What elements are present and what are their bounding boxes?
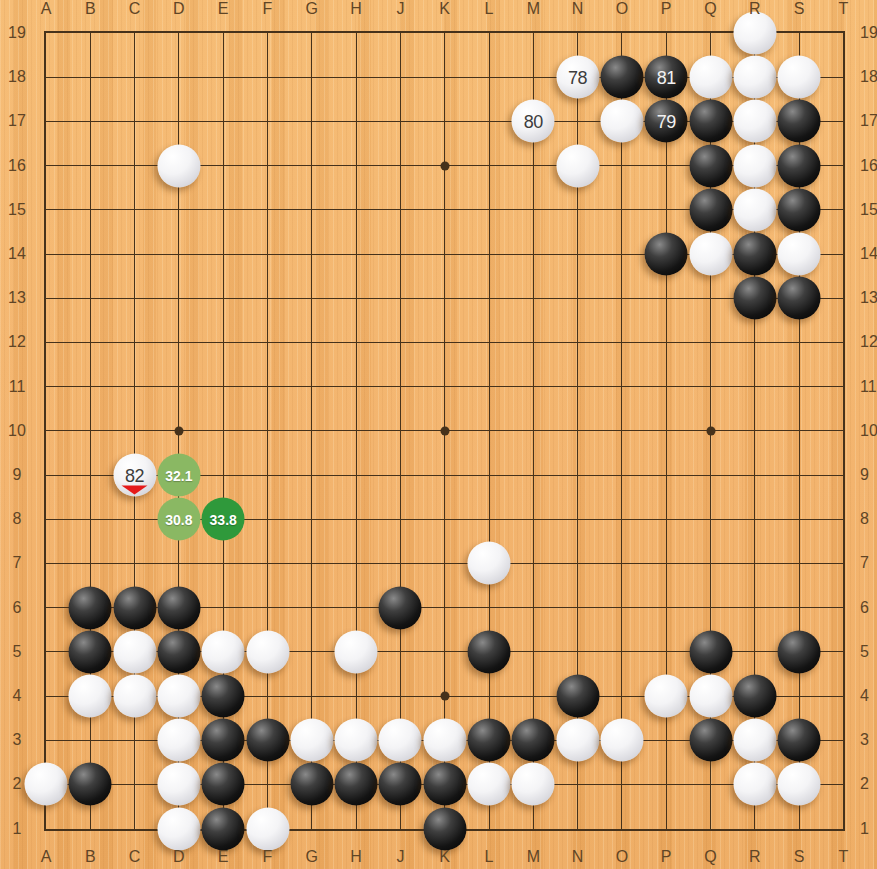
- coord-label-right: 7: [860, 555, 869, 571]
- stone-R4: [733, 675, 776, 718]
- coord-label-right: 12: [860, 334, 877, 350]
- coord-label-top: A: [41, 1, 52, 17]
- stone-K1: [423, 807, 466, 850]
- hint-E8[interactable]: 33.8: [202, 498, 245, 541]
- stone-C6: [113, 586, 156, 629]
- coord-label-top: R: [749, 1, 761, 17]
- stone-H3: [335, 719, 378, 762]
- stone-Q15: [689, 188, 732, 231]
- stone-E1: [202, 807, 245, 850]
- stone-J6: [379, 586, 422, 629]
- coord-label-top: G: [306, 1, 318, 17]
- star-point: [440, 161, 449, 170]
- coord-label-bottom: C: [129, 849, 141, 865]
- coord-label-bottom: A: [41, 849, 52, 865]
- stone-N16: [556, 144, 599, 187]
- stone-N3: [556, 719, 599, 762]
- move-number: 81: [645, 56, 688, 99]
- stone-D1: [157, 807, 200, 850]
- stone-D6: [157, 586, 200, 629]
- stone-B5: [69, 630, 112, 673]
- stone-F5: [246, 630, 289, 673]
- stone-A2: [25, 763, 68, 806]
- stone-K2: [423, 763, 466, 806]
- stone-S17: [778, 100, 821, 143]
- coord-label-bottom: D: [173, 849, 185, 865]
- coord-label-bottom: K: [439, 849, 450, 865]
- coord-label-top: K: [439, 1, 450, 17]
- stone-Q3: [689, 719, 732, 762]
- coord-label-bottom: S: [794, 849, 805, 865]
- coord-label-bottom: J: [396, 849, 404, 865]
- coord-label-bottom: M: [527, 849, 540, 865]
- stone-Q14: [689, 233, 732, 276]
- coord-label-right: 1: [860, 821, 869, 837]
- stone-N4: [556, 675, 599, 718]
- stone-D4: [157, 675, 200, 718]
- coord-label-right: 2: [860, 776, 869, 792]
- go-board[interactable]: 788180798232.130.833.8AABBCCDDEEFFGGHHJJ…: [0, 0, 877, 869]
- hint-D9[interactable]: 32.1: [157, 454, 200, 497]
- stone-C9: 82: [113, 454, 156, 497]
- coord-label-right: 5: [860, 644, 869, 660]
- coord-label-top: P: [661, 1, 672, 17]
- coord-label-bottom: N: [572, 849, 584, 865]
- stone-R18: [733, 56, 776, 99]
- coord-label-right: 15: [860, 202, 877, 218]
- stone-R15: [733, 188, 776, 231]
- stone-D5: [157, 630, 200, 673]
- coord-label-right: 16: [860, 158, 877, 174]
- grid-line-vertical: [533, 33, 534, 829]
- coord-label-left: 12: [8, 334, 26, 350]
- last-move-marker: [122, 486, 148, 495]
- coord-label-left: 17: [8, 113, 26, 129]
- move-number: 80: [512, 100, 555, 143]
- coord-label-left: 14: [8, 246, 26, 262]
- stone-D2: [157, 763, 200, 806]
- stone-E2: [202, 763, 245, 806]
- coord-label-top: B: [85, 1, 96, 17]
- stone-E5: [202, 630, 245, 673]
- stone-R13: [733, 277, 776, 320]
- coord-label-left: 4: [13, 688, 22, 704]
- stone-L2: [468, 763, 511, 806]
- stone-N18: 78: [556, 56, 599, 99]
- coord-label-right: 13: [860, 290, 877, 306]
- stone-P4: [645, 675, 688, 718]
- coord-label-left: 5: [13, 644, 22, 660]
- coord-label-top: N: [572, 1, 584, 17]
- coord-label-top: D: [173, 1, 185, 17]
- coord-label-left: 8: [13, 511, 22, 527]
- coord-label-bottom: B: [85, 849, 96, 865]
- stone-O17: [600, 100, 643, 143]
- coord-label-left: 18: [8, 69, 26, 85]
- coord-label-right: 3: [860, 732, 869, 748]
- stone-C4: [113, 675, 156, 718]
- stone-L3: [468, 719, 511, 762]
- stone-M17: 80: [512, 100, 555, 143]
- stone-Q5: [689, 630, 732, 673]
- hint-D8[interactable]: 30.8: [157, 498, 200, 541]
- grid-line-vertical: [489, 33, 490, 829]
- stone-F3: [246, 719, 289, 762]
- coord-label-top: Q: [704, 1, 716, 17]
- stone-H5: [335, 630, 378, 673]
- coord-label-top: O: [616, 1, 628, 17]
- stone-B6: [69, 586, 112, 629]
- coord-label-left: 10: [8, 423, 26, 439]
- stone-G2: [290, 763, 333, 806]
- stone-S13: [778, 277, 821, 320]
- stone-F1: [246, 807, 289, 850]
- grid-line-vertical: [621, 33, 622, 829]
- stone-S5: [778, 630, 821, 673]
- coord-label-top: F: [263, 1, 273, 17]
- stone-R19: [733, 12, 776, 55]
- stone-D16: [157, 144, 200, 187]
- coord-label-left: 11: [9, 379, 26, 395]
- stone-R2: [733, 763, 776, 806]
- move-number: 78: [556, 56, 599, 99]
- coord-label-top: T: [839, 1, 849, 17]
- coord-label-right: 17: [860, 113, 877, 129]
- stone-Q17: [689, 100, 732, 143]
- coord-label-bottom: R: [749, 849, 761, 865]
- coord-label-bottom: O: [616, 849, 628, 865]
- coord-label-right: 9: [860, 467, 869, 483]
- coord-label-left: 9: [13, 467, 22, 483]
- coord-label-bottom: F: [263, 849, 273, 865]
- star-point: [174, 426, 183, 435]
- coord-label-bottom: E: [218, 849, 229, 865]
- coord-label-top: C: [129, 1, 141, 17]
- stone-L5: [468, 630, 511, 673]
- coord-label-bottom: H: [350, 849, 362, 865]
- coord-label-right: 19: [860, 25, 877, 41]
- stone-R16: [733, 144, 776, 187]
- stone-J2: [379, 763, 422, 806]
- coord-label-bottom: G: [306, 849, 318, 865]
- coord-label-top: L: [485, 1, 494, 17]
- coord-label-right: 18: [860, 69, 877, 85]
- stone-O3: [600, 719, 643, 762]
- coord-label-right: 14: [860, 246, 877, 262]
- stone-S3: [778, 719, 821, 762]
- stone-S16: [778, 144, 821, 187]
- stone-P14: [645, 233, 688, 276]
- coord-label-right: 11: [860, 379, 877, 395]
- stone-Q18: [689, 56, 732, 99]
- screen: 788180798232.130.833.8AABBCCDDEEFFGGHHJJ…: [0, 0, 877, 869]
- coord-label-left: 16: [8, 158, 26, 174]
- coord-label-right: 6: [860, 600, 869, 616]
- coord-label-right: 4: [860, 688, 869, 704]
- coord-label-left: 13: [8, 290, 26, 306]
- coord-label-left: 6: [13, 600, 22, 616]
- stone-S15: [778, 188, 821, 231]
- stone-P18: 81: [645, 56, 688, 99]
- stone-R17: [733, 100, 776, 143]
- coord-label-left: 2: [13, 776, 22, 792]
- stone-B2: [69, 763, 112, 806]
- stone-J3: [379, 719, 422, 762]
- coord-label-bottom: L: [485, 849, 494, 865]
- stone-E3: [202, 719, 245, 762]
- move-number: 79: [645, 100, 688, 143]
- coord-label-top: E: [218, 1, 229, 17]
- coord-label-right: 8: [860, 511, 869, 527]
- stone-S18: [778, 56, 821, 99]
- coord-label-left: 3: [13, 732, 22, 748]
- coord-label-bottom: Q: [704, 849, 716, 865]
- stone-R3: [733, 719, 776, 762]
- grid-line-horizontal: [46, 563, 843, 564]
- coord-label-bottom: P: [661, 849, 672, 865]
- coord-label-left: 7: [13, 555, 22, 571]
- stone-L7: [468, 542, 511, 585]
- stone-O18: [600, 56, 643, 99]
- star-point: [706, 426, 715, 435]
- coord-label-top: M: [527, 1, 540, 17]
- stone-R14: [733, 233, 776, 276]
- stone-C5: [113, 630, 156, 673]
- stone-S14: [778, 233, 821, 276]
- stone-Q16: [689, 144, 732, 187]
- coord-label-right: 10: [860, 423, 877, 439]
- stone-B4: [69, 675, 112, 718]
- coord-label-top: H: [350, 1, 362, 17]
- stone-Q4: [689, 675, 732, 718]
- star-point: [440, 692, 449, 701]
- coord-label-left: 1: [13, 821, 22, 837]
- coord-label-left: 19: [8, 25, 26, 41]
- stone-K3: [423, 719, 466, 762]
- coord-label-top: S: [794, 1, 805, 17]
- stone-S2: [778, 763, 821, 806]
- coord-label-left: 15: [8, 202, 26, 218]
- stone-M2: [512, 763, 555, 806]
- stone-H2: [335, 763, 378, 806]
- coord-label-top: J: [396, 1, 404, 17]
- stone-M3: [512, 719, 555, 762]
- stone-D3: [157, 719, 200, 762]
- stone-G3: [290, 719, 333, 762]
- star-point: [440, 426, 449, 435]
- stone-E4: [202, 675, 245, 718]
- coord-label-bottom: T: [839, 849, 849, 865]
- stone-P17: 79: [645, 100, 688, 143]
